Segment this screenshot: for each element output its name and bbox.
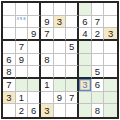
cell-r8c8[interactable]	[92, 92, 105, 105]
cell-r1c7[interactable]	[79, 3, 92, 16]
cell-r7c4[interactable]: 1	[41, 79, 54, 92]
cell-r5c6[interactable]	[66, 54, 79, 67]
cell-r1c8[interactable]	[92, 3, 105, 16]
cell-r6c3[interactable]	[28, 66, 41, 79]
cell-r7c6[interactable]	[66, 79, 79, 92]
cell-r2c8[interactable]: 7	[92, 16, 105, 29]
cell-r1c5[interactable]	[54, 3, 67, 16]
cell-r9c8[interactable]: 8	[92, 104, 105, 117]
cell-r9c7[interactable]	[79, 104, 92, 117]
cell-r3c7[interactable]: 4	[79, 28, 92, 41]
cell-r6c4[interactable]	[41, 66, 54, 79]
cell-r3c4[interactable]: 7	[41, 28, 54, 41]
cell-r1c2[interactable]	[16, 3, 29, 16]
cell-r9c6[interactable]	[66, 104, 79, 117]
pencil-marks: 458	[16, 17, 28, 21]
cell-r8c7[interactable]	[79, 92, 92, 105]
cell-r7c5[interactable]	[54, 79, 67, 92]
cell-r7c9[interactable]	[104, 79, 117, 92]
cell-r8c2[interactable]: 1	[16, 92, 29, 105]
cell-r8c3[interactable]	[28, 92, 41, 105]
cell-r8c1[interactable]: 3	[3, 92, 16, 105]
cell-r3c2[interactable]	[16, 28, 29, 41]
cell-r6c2[interactable]	[16, 66, 29, 79]
cell-r7c1[interactable]: 7	[3, 79, 16, 92]
cell-r4c9[interactable]	[104, 41, 117, 54]
cell-r5c7[interactable]	[79, 54, 92, 67]
cell-r6c7[interactable]	[79, 66, 92, 79]
cell-r3c6[interactable]	[66, 28, 79, 41]
cell-r9c2[interactable]: 2	[16, 104, 29, 117]
cell-r1c6[interactable]	[66, 3, 79, 16]
cell-r1c4[interactable]	[41, 3, 54, 16]
cell-r3c5[interactable]	[54, 28, 67, 41]
cell-r4c7[interactable]	[79, 41, 92, 54]
cell-r2c2[interactable]: 458	[16, 16, 29, 29]
cell-r5c1[interactable]: 6	[3, 54, 16, 67]
cell-r2c6[interactable]	[66, 16, 79, 29]
cell-r7c3[interactable]	[28, 79, 41, 92]
cell-r5c3[interactable]	[28, 54, 41, 67]
cell-r8c9[interactable]	[104, 92, 117, 105]
cell-r5c5[interactable]	[54, 54, 67, 67]
cell-r2c9[interactable]	[104, 16, 117, 29]
cell-r2c4[interactable]: 9	[41, 16, 54, 29]
cell-r9c1[interactable]	[3, 104, 16, 117]
cell-r2c3[interactable]	[28, 16, 41, 29]
cell-r1c3[interactable]	[28, 3, 41, 16]
cell-r2c7[interactable]: 6	[79, 16, 92, 29]
cell-r4c2[interactable]: 7	[16, 41, 29, 54]
cell-r1c9[interactable]	[104, 3, 117, 16]
cell-r4c1[interactable]	[3, 41, 16, 54]
cell-r6c1[interactable]: 8	[3, 66, 16, 79]
cell-r4c6[interactable]: 5	[66, 41, 79, 54]
cell-r8c5[interactable]: 9	[54, 92, 67, 105]
cell-r9c4[interactable]: 3	[41, 104, 54, 117]
cell-r4c8[interactable]	[92, 41, 105, 54]
cell-r1c1[interactable]	[3, 3, 16, 16]
cell-r6c5[interactable]	[54, 66, 67, 79]
cell-r2c1[interactable]	[3, 16, 16, 29]
cell-r5c9[interactable]	[104, 54, 117, 67]
sudoku-board: 4589367974237569885713631972638	[1, 1, 119, 119]
cell-r3c9[interactable]: 3	[104, 28, 117, 41]
cell-r4c3[interactable]	[28, 41, 41, 54]
cell-r5c4[interactable]: 8	[41, 54, 54, 67]
cell-r9c3[interactable]: 6	[28, 104, 41, 117]
cell-r5c2[interactable]: 9	[16, 54, 29, 67]
cell-r3c8[interactable]: 2	[92, 28, 105, 41]
cell-r2c5[interactable]: 3	[54, 16, 67, 29]
cell-r8c4[interactable]	[41, 92, 54, 105]
cell-r3c1[interactable]	[3, 28, 16, 41]
cell-r6c9[interactable]	[104, 66, 117, 79]
cell-r3c3[interactable]: 9	[28, 28, 41, 41]
cell-r8c6[interactable]: 7	[66, 92, 79, 105]
cell-r6c8[interactable]: 5	[92, 66, 105, 79]
cell-r4c5[interactable]	[54, 41, 67, 54]
cell-r7c8[interactable]: 6	[92, 79, 105, 92]
cell-r6c6[interactable]	[66, 66, 79, 79]
cell-r9c5[interactable]	[54, 104, 67, 117]
cell-r5c8[interactable]	[92, 54, 105, 67]
cell-r7c7[interactable]: 3	[79, 79, 92, 92]
cell-r4c4[interactable]	[41, 41, 54, 54]
cell-r7c2[interactable]	[16, 79, 29, 92]
cell-r9c9[interactable]	[104, 104, 117, 117]
